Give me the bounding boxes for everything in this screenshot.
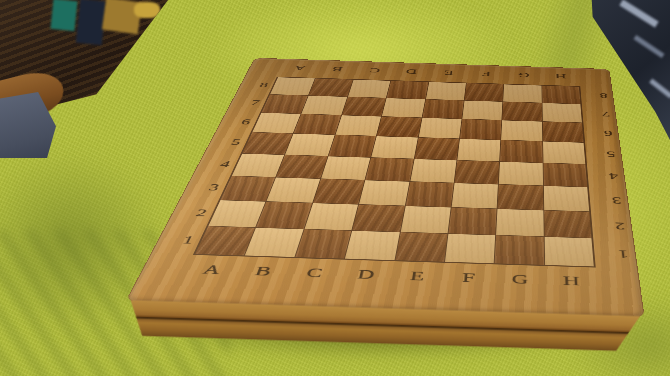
square-f4 — [455, 160, 500, 184]
square-b6 — [294, 114, 341, 135]
square-g3 — [498, 184, 543, 209]
file-label-top-g: G — [505, 69, 543, 80]
square-a8 — [270, 77, 315, 95]
square-a5 — [243, 132, 293, 154]
square-c3 — [313, 179, 365, 204]
file-label-top-b: B — [317, 64, 358, 75]
square-d5 — [371, 136, 417, 158]
square-d6 — [377, 117, 421, 138]
square-e7 — [422, 99, 464, 118]
square-b5 — [285, 134, 334, 156]
square-b1 — [245, 228, 303, 257]
square-g2 — [496, 209, 543, 236]
file-label-f: F — [442, 267, 495, 288]
rug-stripe — [76, 0, 106, 45]
board-top-face: ABCDEFGH ABCDEFGH 87654321 87654321 — [125, 58, 645, 318]
square-c7 — [342, 97, 386, 116]
square-e2 — [400, 206, 450, 233]
square-c4 — [321, 156, 370, 180]
square-h1 — [544, 237, 593, 267]
square-b3 — [267, 177, 320, 202]
square-d4 — [366, 158, 414, 182]
square-f7 — [462, 101, 502, 120]
rank-label-right-5: 5 — [585, 143, 622, 166]
file-label-top-d: D — [392, 66, 432, 77]
rank-label-right-7: 7 — [582, 104, 617, 124]
square-h6 — [542, 122, 583, 143]
board-frame: ABCDEFGH ABCDEFGH 87654321 87654321 — [125, 58, 645, 318]
file-label-e: E — [390, 266, 444, 287]
file-label-top-e: E — [429, 67, 468, 78]
square-b2 — [256, 202, 312, 229]
rank-label-right-8: 8 — [580, 86, 614, 105]
file-label-b: B — [234, 261, 292, 281]
rank-label-right-3: 3 — [589, 187, 629, 213]
square-f2 — [448, 207, 496, 234]
square-f5 — [457, 139, 500, 161]
square-c1 — [295, 229, 351, 258]
square-d8 — [387, 81, 428, 99]
photo-scene: ABCDEFGH ABCDEFGH 87654321 87654321 — [0, 0, 670, 376]
square-d7 — [382, 98, 425, 117]
square-a6 — [252, 113, 300, 134]
file-label-top-f: F — [467, 68, 505, 79]
square-h2 — [544, 210, 591, 237]
rank-label-right-4: 4 — [587, 164, 626, 188]
file-label-c: C — [286, 262, 343, 283]
chess-board: ABCDEFGH ABCDEFGH 87654321 87654321 — [125, 0, 670, 318]
square-a7 — [262, 95, 309, 114]
rug-stripe — [50, 0, 77, 31]
square-g5 — [500, 140, 542, 162]
square-e6 — [418, 118, 461, 139]
square-c5 — [328, 135, 376, 157]
square-e8 — [426, 82, 466, 100]
square-d3 — [359, 180, 409, 205]
square-e3 — [405, 182, 453, 207]
rank-label-right-6: 6 — [583, 123, 619, 144]
square-h5 — [543, 142, 585, 164]
square-c8 — [348, 80, 391, 98]
square-d2 — [352, 204, 404, 231]
square-g4 — [499, 162, 543, 186]
file-label-a: A — [182, 259, 242, 279]
square-f8 — [464, 83, 503, 101]
file-label-d: D — [338, 264, 394, 285]
square-e4 — [410, 159, 456, 183]
square-d1 — [345, 231, 399, 260]
square-g7 — [502, 102, 541, 121]
square-h3 — [544, 186, 590, 212]
square-h4 — [543, 163, 587, 187]
square-b8 — [309, 78, 353, 96]
rank-label-right-1: 1 — [593, 239, 637, 269]
rank-label-right-2: 2 — [591, 212, 633, 240]
square-b7 — [302, 96, 347, 115]
file-label-h: H — [545, 270, 597, 291]
rug-stripe — [134, 2, 160, 18]
square-f1 — [445, 234, 496, 264]
file-label-top-c: C — [354, 65, 394, 76]
square-g6 — [501, 120, 542, 141]
square-f6 — [460, 119, 502, 140]
square-e1 — [395, 232, 447, 261]
file-label-g: G — [494, 269, 546, 290]
file-label-top-a: A — [279, 62, 321, 73]
square-f3 — [452, 183, 499, 208]
square-b4 — [277, 155, 328, 178]
square-c2 — [304, 203, 358, 230]
square-h7 — [542, 103, 582, 123]
square-g1 — [495, 235, 544, 265]
square-g8 — [503, 84, 541, 102]
square-e5 — [414, 138, 459, 160]
file-label-top-h: H — [542, 71, 580, 82]
square-c6 — [335, 115, 381, 136]
square-h8 — [542, 86, 580, 104]
